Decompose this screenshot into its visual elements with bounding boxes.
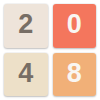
tile-r0c0: 2 bbox=[4, 4, 48, 48]
board-2048[interactable]: 2 0 4 8 bbox=[0, 0, 100, 100]
tile-r0c1: 0 bbox=[53, 4, 97, 48]
tile-r1c1: 8 bbox=[53, 53, 97, 97]
tile-r1c0: 4 bbox=[4, 53, 48, 97]
